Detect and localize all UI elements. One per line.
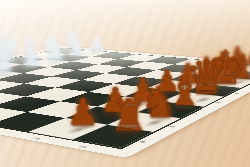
piece-holder: ♟ <box>46 54 92 61</box>
rank-label: 1 <box>78 145 89 148</box>
file-label: a <box>137 140 148 143</box>
piece-holder: ♟ <box>0 64 49 73</box>
rank-label: 2 <box>32 137 43 140</box>
piece-shadow <box>65 56 85 60</box>
piece-holder: ♟ <box>0 70 23 80</box>
board-square <box>92 52 136 59</box>
piece-shadow <box>0 64 15 68</box>
board-square: ♟ <box>46 54 92 61</box>
board-square: ♟ <box>0 64 49 73</box>
perspective-wrapper: ♜♞♝♛♚♝♞♜♟♟♟♟♟♟♟♟♟♟♟♟♟♟♟♟♜♞♝♛♚♝♞♜ 1234567… <box>0 0 250 167</box>
board-square: ♝ <box>0 57 46 65</box>
piece-shadow <box>40 54 61 58</box>
board-square <box>98 59 145 67</box>
black-king: ♚ <box>0 29 22 66</box>
piece-shadow <box>16 59 38 63</box>
board-square <box>23 67 76 76</box>
board-square: ♟ <box>22 59 71 67</box>
photo-scene: ♜♞♝♛♚♝♞♜♟♟♟♟♟♟♟♟♟♟♟♟♟♟♟♟♜♞♝♛♚♝♞♜ 1234567… <box>0 0 250 167</box>
board-square: ♟ <box>67 50 110 57</box>
file-label: f <box>249 84 250 85</box>
board-square: ♟ <box>0 70 23 80</box>
piece-shadow <box>0 73 15 78</box>
piece-shadow <box>85 52 104 55</box>
white-rook: ♜ <box>100 94 158 138</box>
file-label: b <box>167 125 177 127</box>
black-pawn: ♟ <box>14 46 50 70</box>
piece-holder: ♟ <box>67 50 110 57</box>
piece-holder: ♞ <box>22 52 68 59</box>
black-pawn: ♟ <box>0 51 23 76</box>
piece-holder: ♟ <box>22 59 71 67</box>
board-square <box>52 70 106 80</box>
board-square <box>71 57 118 65</box>
board-grid: ♜♞♝♛♚♝♞♜♟♟♟♟♟♟♟♟♟♟♟♟♟♟♟♟♜♞♝♛♚♝♞♜ <box>0 48 250 148</box>
board-square <box>76 64 126 73</box>
file-label: d <box>214 102 222 104</box>
piece-holder: ♜ <box>44 48 87 54</box>
file-label: c <box>192 113 201 115</box>
black-pawn: ♟ <box>82 34 113 54</box>
chess-board: ♜♞♝♛♚♝♞♜♟♟♟♟♟♟♟♟♟♟♟♟♟♟♟♟♜♞♝♛♚♝♞♜ 1234567… <box>0 46 250 158</box>
piece-shadow <box>17 67 41 72</box>
black-pawn: ♟ <box>61 37 93 58</box>
file-label: e <box>233 92 241 94</box>
black-bishop: ♝ <box>14 33 47 61</box>
board-square <box>118 54 162 61</box>
piece-shadow <box>61 50 80 53</box>
black-knight: ♞ <box>37 31 68 56</box>
board-square: ♞ <box>22 52 68 59</box>
piece-holder: ♚ <box>0 62 22 70</box>
board-square <box>49 62 99 70</box>
black-rook: ♜ <box>58 29 88 52</box>
board-square: ♜ <box>44 48 87 54</box>
piece-holder: ♝ <box>0 57 46 65</box>
piece-shadow <box>42 61 64 65</box>
board-square: ♚ <box>0 62 22 70</box>
black-pawn: ♟ <box>39 41 73 64</box>
